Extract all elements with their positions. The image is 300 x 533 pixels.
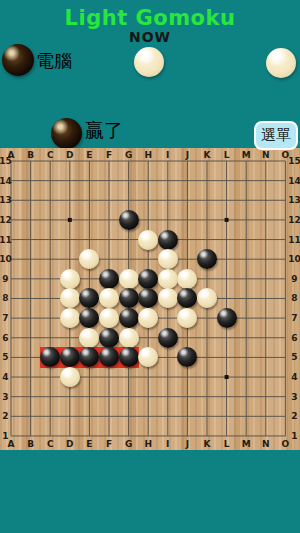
col-label-bottom-N: N [262, 440, 270, 449]
stone-black-F9 [99, 269, 119, 289]
stone-white-D9 [60, 269, 80, 289]
gomoku-board[interactable]: AABBCCDDEEFFGGHHIIJJKKLLMMNNOO1515141413… [0, 148, 300, 450]
row-label-right-14: 14 [288, 176, 300, 185]
col-label-bottom-J: J [186, 440, 189, 449]
row-label-right-8: 8 [291, 294, 297, 303]
row-label-left-15: 15 [0, 157, 12, 166]
col-label-bottom-G: G [125, 440, 132, 449]
col-label-bottom-A: A [8, 440, 15, 449]
row-label-left-7: 7 [2, 314, 8, 323]
row-label-right-3: 3 [291, 392, 297, 401]
stone-white-H11 [138, 230, 158, 250]
star-point-L12 [225, 218, 229, 222]
row-label-right-13: 13 [288, 196, 300, 205]
row-label-right-9: 9 [291, 274, 297, 283]
col-label-bottom-E: E [86, 440, 92, 449]
stone-white-I9 [158, 269, 178, 289]
menu-button[interactable]: 選單 [254, 121, 298, 150]
row-label-left-12: 12 [0, 215, 12, 224]
col-label-bottom-H: H [144, 440, 152, 449]
star-point-D12 [68, 218, 72, 222]
row-label-right-12: 12 [288, 215, 300, 224]
black-player-label: 電腦 [36, 52, 72, 70]
star-point-L4 [225, 375, 229, 379]
result-label: 贏了 [85, 121, 123, 140]
stone-white-F7 [99, 308, 119, 328]
row-label-right-4: 4 [291, 373, 297, 382]
col-label-bottom-B: B [27, 440, 34, 449]
row-label-left-5: 5 [2, 353, 8, 362]
stone-black-H9 [138, 269, 158, 289]
col-label-top-C: C [47, 150, 54, 159]
app-window: Light Gomoku NOW 電腦 贏了 選單 AABBCCDDEEFFGG… [0, 0, 300, 533]
stone-black-G12 [119, 210, 139, 230]
row-label-right-11: 11 [288, 235, 300, 244]
stone-black-I11 [158, 230, 178, 250]
row-label-left-3: 3 [2, 392, 8, 401]
col-label-top-H: H [144, 150, 152, 159]
stone-white-G6 [119, 328, 139, 348]
row-label-right-2: 2 [291, 412, 297, 421]
row-label-left-14: 14 [0, 176, 12, 185]
black-player-stone-icon [2, 44, 34, 76]
row-label-left-13: 13 [0, 196, 12, 205]
stone-black-G8 [119, 288, 139, 308]
col-label-bottom-I: I [166, 440, 169, 449]
col-label-top-G: G [125, 150, 132, 159]
col-label-bottom-C: C [47, 440, 54, 449]
row-label-right-10: 10 [288, 255, 300, 264]
stone-white-D7 [60, 308, 80, 328]
col-label-top-K: K [204, 150, 211, 159]
col-label-bottom-F: F [106, 440, 112, 449]
row-label-left-9: 9 [2, 274, 8, 283]
row-label-left-6: 6 [2, 333, 8, 342]
winner-stone-icon [51, 118, 82, 149]
col-label-top-M: M [242, 150, 251, 159]
stone-white-I10 [158, 249, 178, 269]
col-label-top-N: N [262, 150, 270, 159]
col-label-top-E: E [86, 150, 92, 159]
stone-black-G5 [119, 347, 139, 367]
stone-white-D4 [60, 367, 80, 387]
now-turn-stone-icon [134, 47, 164, 77]
row-label-right-1: 1 [291, 431, 297, 440]
stone-black-G7 [119, 308, 139, 328]
col-label-top-B: B [27, 150, 34, 159]
now-label: NOW [0, 29, 300, 45]
col-label-top-D: D [66, 150, 73, 159]
col-label-top-F: F [106, 150, 112, 159]
stone-white-G9 [119, 269, 139, 289]
stone-black-F6 [99, 328, 119, 348]
row-label-left-2: 2 [2, 412, 8, 421]
row-label-left-4: 4 [2, 373, 8, 382]
row-label-right-7: 7 [291, 314, 297, 323]
col-label-top-J: J [186, 150, 189, 159]
stone-black-L7 [217, 308, 237, 328]
col-label-bottom-D: D [66, 440, 73, 449]
col-label-bottom-K: K [204, 440, 211, 449]
row-label-left-8: 8 [2, 294, 8, 303]
col-label-bottom-M: M [242, 440, 251, 449]
row-label-left-1: 1 [2, 431, 8, 440]
row-label-right-15: 15 [288, 157, 300, 166]
stone-black-I6 [158, 328, 178, 348]
col-label-top-L: L [224, 150, 230, 159]
row-label-right-6: 6 [291, 333, 297, 342]
col-label-bottom-O: O [282, 440, 290, 449]
row-label-left-11: 11 [0, 235, 12, 244]
row-label-right-5: 5 [291, 353, 297, 362]
white-player-stone-icon [266, 48, 296, 78]
col-label-top-I: I [166, 150, 169, 159]
col-label-bottom-L: L [224, 440, 230, 449]
row-label-left-10: 10 [0, 255, 12, 264]
app-title: Light Gomoku [0, 6, 300, 30]
